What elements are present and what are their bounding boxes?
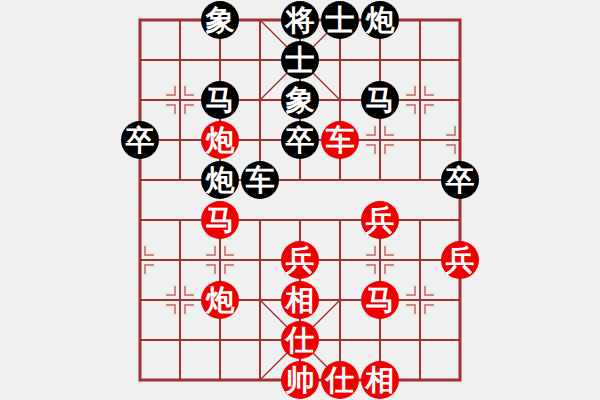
star-point-marker <box>185 305 194 314</box>
piece-black-cannon[interactable]: 炮 <box>201 161 239 199</box>
star-point-marker <box>385 246 394 255</box>
star-point-marker <box>166 105 175 114</box>
star-point-marker <box>406 305 415 314</box>
piece-red-horse[interactable]: 马 <box>201 201 239 239</box>
star-point-marker <box>446 145 455 154</box>
piece-red-cannon[interactable]: 炮 <box>201 121 239 159</box>
star-point-marker <box>206 246 215 255</box>
piece-black-general[interactable]: 将 <box>281 1 319 39</box>
star-point-marker <box>366 265 375 274</box>
star-point-marker <box>425 86 434 95</box>
star-point-marker <box>385 265 394 274</box>
piece-red-advisor[interactable]: 仕 <box>321 361 359 399</box>
piece-black-chariot[interactable]: 车 <box>241 161 279 199</box>
star-point-marker <box>385 126 394 135</box>
star-point-marker <box>446 126 455 135</box>
star-point-marker <box>366 145 375 154</box>
piece-black-cannon[interactable]: 炮 <box>361 1 399 39</box>
star-point-marker <box>425 105 434 114</box>
xiangqi-board[interactable]: 象将士炮士马象马卒卒炮车卒炮车马兵兵兵炮相马仕帅仕相 <box>0 0 600 400</box>
piece-red-elephant[interactable]: 相 <box>361 361 399 399</box>
star-point-marker <box>225 246 234 255</box>
xiangqi-app: 象将士炮士马象马卒卒炮车卒炮车马兵兵兵炮相马仕帅仕相 <box>0 0 600 400</box>
star-point-marker <box>385 145 394 154</box>
piece-black-pawn[interactable]: 卒 <box>121 121 159 159</box>
star-point-marker <box>185 86 194 95</box>
star-point-marker <box>406 105 415 114</box>
star-point-marker <box>425 305 434 314</box>
star-point-marker <box>206 265 215 274</box>
star-point-marker <box>225 265 234 274</box>
piece-red-pawn[interactable]: 兵 <box>361 201 399 239</box>
star-point-marker <box>425 286 434 295</box>
piece-red-pawn[interactable]: 兵 <box>441 241 479 279</box>
piece-red-general[interactable]: 帅 <box>281 361 319 399</box>
star-point-marker <box>145 265 154 274</box>
piece-red-advisor[interactable]: 仕 <box>281 321 319 359</box>
piece-red-chariot[interactable]: 车 <box>321 121 359 159</box>
star-point-marker <box>145 246 154 255</box>
piece-black-horse[interactable]: 马 <box>201 81 239 119</box>
star-point-marker <box>185 286 194 295</box>
star-point-marker <box>166 286 175 295</box>
piece-red-cannon[interactable]: 炮 <box>201 281 239 319</box>
piece-black-advisor[interactable]: 士 <box>281 41 319 79</box>
star-point-marker <box>406 86 415 95</box>
piece-black-horse[interactable]: 马 <box>361 81 399 119</box>
piece-black-pawn[interactable]: 卒 <box>441 161 479 199</box>
star-point-marker <box>366 246 375 255</box>
star-point-marker <box>406 286 415 295</box>
star-point-marker <box>366 126 375 135</box>
piece-black-elephant[interactable]: 象 <box>201 1 239 39</box>
star-point-marker <box>185 105 194 114</box>
star-point-marker <box>166 86 175 95</box>
star-point-marker <box>166 305 175 314</box>
piece-black-pawn[interactable]: 卒 <box>281 121 319 159</box>
piece-black-elephant[interactable]: 象 <box>281 81 319 119</box>
piece-black-advisor[interactable]: 士 <box>321 1 359 39</box>
piece-red-pawn[interactable]: 兵 <box>281 241 319 279</box>
piece-red-horse[interactable]: 马 <box>361 281 399 319</box>
piece-red-elephant[interactable]: 相 <box>281 281 319 319</box>
